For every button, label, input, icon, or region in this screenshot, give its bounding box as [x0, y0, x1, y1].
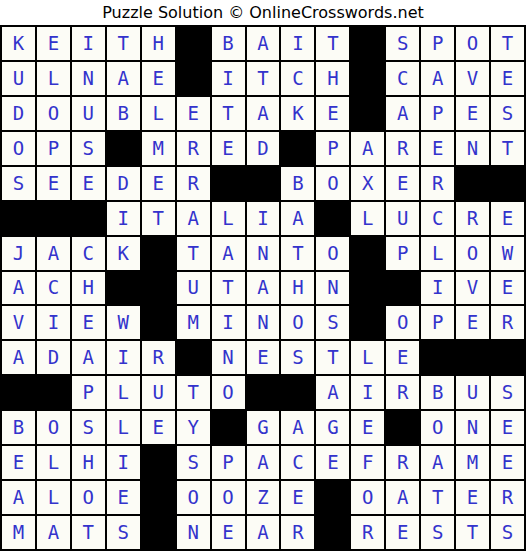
letter-cell-r11c15: S: [491, 376, 524, 409]
letter-cell-r7c7: A: [212, 237, 245, 270]
letter-cell-r14c4: E: [107, 481, 140, 514]
black-cell-r15c5: [142, 516, 175, 549]
letter-cell-r2c8: T: [247, 62, 280, 95]
black-cell-r5c15: [491, 167, 524, 200]
letter-cell-r3c9: K: [281, 97, 314, 130]
letter-cell-r13c4: I: [107, 446, 140, 479]
letter-cell-r4c7: E: [212, 132, 245, 165]
letter-cell-r14c8: Z: [247, 481, 280, 514]
black-cell-r14c5: [142, 481, 175, 514]
letter-cell-r13c10: E: [316, 446, 349, 479]
letter-cell-r14c3: O: [72, 481, 105, 514]
black-cell-r6c10: [316, 202, 349, 235]
letter-cell-r3c3: U: [72, 97, 105, 130]
letter-cell-r13c6: S: [177, 446, 210, 479]
black-cell-r4c9: [281, 132, 314, 165]
letter-cell-r7c9: T: [281, 237, 314, 270]
letter-cell-r9c14: E: [456, 306, 489, 339]
letter-cell-r11c11: I: [351, 376, 384, 409]
black-cell-r8c5: [142, 272, 175, 305]
letter-cell-r3c10: E: [316, 97, 349, 130]
letter-cell-r5c1: S: [2, 167, 35, 200]
letter-cell-r2c7: I: [212, 62, 245, 95]
letter-cell-r1c2: E: [37, 27, 70, 60]
letter-cell-r5c9: B: [281, 167, 314, 200]
letter-cell-r11c6: T: [177, 376, 210, 409]
letter-cell-r6c4: I: [107, 202, 140, 235]
letter-cell-r5c6: R: [177, 167, 210, 200]
letter-cell-r7c3: C: [72, 237, 105, 270]
letter-cell-r2c13: A: [421, 62, 454, 95]
letter-cell-r12c13: O: [421, 411, 454, 444]
black-cell-r6c3: [72, 202, 105, 235]
letter-cell-r3c8: A: [247, 97, 280, 130]
letter-cell-r6c13: C: [421, 202, 454, 235]
letter-cell-r15c14: T: [456, 516, 489, 549]
letter-cell-r2c15: E: [491, 62, 524, 95]
letter-cell-r3c6: E: [177, 97, 210, 130]
black-cell-r11c1: [2, 376, 35, 409]
letter-cell-r12c4: L: [107, 411, 140, 444]
letter-cell-r12c8: G: [247, 411, 280, 444]
letter-cell-r15c11: R: [351, 516, 384, 549]
letter-cell-r15c12: E: [386, 516, 419, 549]
letter-cell-r15c2: A: [37, 516, 70, 549]
letter-cell-r9c6: M: [177, 306, 210, 339]
black-cell-r5c7: [212, 167, 245, 200]
letter-cell-r3c14: E: [456, 97, 489, 130]
letter-cell-r4c12: R: [386, 132, 419, 165]
letter-cell-r6c15: E: [491, 202, 524, 235]
letter-cell-r3c13: P: [421, 97, 454, 130]
black-cell-r9c11: [351, 306, 384, 339]
letter-cell-r3c7: T: [212, 97, 245, 130]
letter-cell-r15c6: N: [177, 516, 210, 549]
letter-cell-r12c6: Y: [177, 411, 210, 444]
black-cell-r2c11: [351, 62, 384, 95]
letter-cell-r14c2: L: [37, 481, 70, 514]
letter-cell-r8c9: H: [281, 272, 314, 305]
letter-cell-r14c11: O: [351, 481, 384, 514]
letter-cell-r10c4: I: [107, 341, 140, 374]
letter-cell-r13c3: H: [72, 446, 105, 479]
letter-cell-r5c10: O: [316, 167, 349, 200]
letter-cell-r7c13: L: [421, 237, 454, 270]
letter-cell-r12c2: O: [37, 411, 70, 444]
letter-cell-r14c9: E: [281, 481, 314, 514]
letter-cell-r5c13: R: [421, 167, 454, 200]
letter-cell-r4c14: N: [456, 132, 489, 165]
black-cell-r10c6: [177, 341, 210, 374]
letter-cell-r2c12: C: [386, 62, 419, 95]
crossword-grid: KEITHBAITSPOTULNAEITCHCAVEDOUBLETAKEAPES…: [0, 25, 526, 551]
black-cell-r8c4: [107, 272, 140, 305]
black-cell-r10c14: [456, 341, 489, 374]
black-cell-r11c9: [281, 376, 314, 409]
letter-cell-r12c14: N: [456, 411, 489, 444]
letter-cell-r15c4: S: [107, 516, 140, 549]
letter-cell-r9c13: P: [421, 306, 454, 339]
letter-cell-r10c12: E: [386, 341, 419, 374]
letter-cell-r6c7: L: [212, 202, 245, 235]
letter-cell-r7c10: O: [316, 237, 349, 270]
letter-cell-r3c12: A: [386, 97, 419, 130]
black-cell-r8c12: [386, 272, 419, 305]
letter-cell-r13c13: A: [421, 446, 454, 479]
letter-cell-r12c1: B: [2, 411, 35, 444]
letter-cell-r9c7: I: [212, 306, 245, 339]
letter-cell-r3c4: B: [107, 97, 140, 130]
black-cell-r1c11: [351, 27, 384, 60]
letter-cell-r4c11: A: [351, 132, 384, 165]
letter-cell-r12c5: E: [142, 411, 175, 444]
letter-cell-r1c15: T: [491, 27, 524, 60]
letter-cell-r1c12: S: [386, 27, 419, 60]
letter-cell-r9c3: E: [72, 306, 105, 339]
black-cell-r5c8: [247, 167, 280, 200]
letter-cell-r8c15: E: [491, 272, 524, 305]
black-cell-r7c11: [351, 237, 384, 270]
letter-cell-r15c8: A: [247, 516, 280, 549]
letter-cell-r6c5: T: [142, 202, 175, 235]
letter-cell-r4c5: M: [142, 132, 175, 165]
letter-cell-r10c9: S: [281, 341, 314, 374]
letter-cell-r10c2: D: [37, 341, 70, 374]
black-cell-r8c11: [351, 272, 384, 305]
letter-cell-r8c14: V: [456, 272, 489, 305]
letter-cell-r2c3: N: [72, 62, 105, 95]
letter-cell-r7c14: O: [456, 237, 489, 270]
letter-cell-r14c13: T: [421, 481, 454, 514]
letter-cell-r7c8: N: [247, 237, 280, 270]
letter-cell-r2c4: A: [107, 62, 140, 95]
page-title: Puzzle Solution © OnlineCrosswords.net: [0, 0, 526, 25]
letter-cell-r13c1: E: [2, 446, 35, 479]
letter-cell-r6c11: L: [351, 202, 384, 235]
letter-cell-r7c1: J: [2, 237, 35, 270]
letter-cell-r1c1: K: [2, 27, 35, 60]
letter-cell-r13c2: L: [37, 446, 70, 479]
letter-cell-r4c10: P: [316, 132, 349, 165]
letter-cell-r11c4: L: [107, 376, 140, 409]
puzzle-solution-page: Puzzle Solution © OnlineCrosswords.net K…: [0, 0, 526, 551]
black-cell-r6c2: [37, 202, 70, 235]
letter-cell-r9c12: O: [386, 306, 419, 339]
black-cell-r13c5: [142, 446, 175, 479]
letter-cell-r1c10: T: [316, 27, 349, 60]
letter-cell-r4c2: P: [37, 132, 70, 165]
letter-cell-r10c8: E: [247, 341, 280, 374]
letter-cell-r1c14: O: [456, 27, 489, 60]
letter-cell-r5c3: E: [72, 167, 105, 200]
letter-cell-r3c1: D: [2, 97, 35, 130]
black-cell-r14c10: [316, 481, 349, 514]
letter-cell-r13c9: C: [281, 446, 314, 479]
letter-cell-r8c2: C: [37, 272, 70, 305]
letter-cell-r2c10: H: [316, 62, 349, 95]
letter-cell-r9c4: W: [107, 306, 140, 339]
letter-cell-r10c7: N: [212, 341, 245, 374]
letter-cell-r14c6: O: [177, 481, 210, 514]
letter-cell-r15c13: S: [421, 516, 454, 549]
black-cell-r3c11: [351, 97, 384, 130]
letter-cell-r8c3: H: [72, 272, 105, 305]
letter-cell-r1c3: I: [72, 27, 105, 60]
black-cell-r6c1: [2, 202, 35, 235]
letter-cell-r13c11: F: [351, 446, 384, 479]
letter-cell-r7c12: P: [386, 237, 419, 270]
letter-cell-r12c3: S: [72, 411, 105, 444]
letter-cell-r13c8: A: [247, 446, 280, 479]
letter-cell-r9c9: O: [281, 306, 314, 339]
letter-cell-r8c1: A: [2, 272, 35, 305]
letter-cell-r2c2: L: [37, 62, 70, 95]
letter-cell-r4c13: E: [421, 132, 454, 165]
letter-cell-r11c13: B: [421, 376, 454, 409]
letter-cell-r11c5: U: [142, 376, 175, 409]
letter-cell-r13c14: M: [456, 446, 489, 479]
letter-cell-r7c15: W: [491, 237, 524, 270]
letter-cell-r15c1: M: [2, 516, 35, 549]
letter-cell-r15c3: T: [72, 516, 105, 549]
black-cell-r5c14: [456, 167, 489, 200]
letter-cell-r14c15: R: [491, 481, 524, 514]
letter-cell-r11c7: O: [212, 376, 245, 409]
letter-cell-r10c10: T: [316, 341, 349, 374]
letter-cell-r2c14: V: [456, 62, 489, 95]
letter-cell-r7c4: K: [107, 237, 140, 270]
letter-cell-r3c5: L: [142, 97, 175, 130]
letter-cell-r2c9: C: [281, 62, 314, 95]
letter-cell-r10c1: A: [2, 341, 35, 374]
black-cell-r7c5: [142, 237, 175, 270]
letter-cell-r2c5: E: [142, 62, 175, 95]
letter-cell-r4c15: T: [491, 132, 524, 165]
letter-cell-r9c1: V: [2, 306, 35, 339]
black-cell-r2c6: [177, 62, 210, 95]
black-cell-r15c10: [316, 516, 349, 549]
letter-cell-r8c10: N: [316, 272, 349, 305]
letter-cell-r1c7: B: [212, 27, 245, 60]
letter-cell-r12c9: A: [281, 411, 314, 444]
letter-cell-r1c4: T: [107, 27, 140, 60]
letter-cell-r5c11: X: [351, 167, 384, 200]
black-cell-r4c4: [107, 132, 140, 165]
black-cell-r12c12: [386, 411, 419, 444]
black-cell-r9c5: [142, 306, 175, 339]
letter-cell-r6c14: R: [456, 202, 489, 235]
letter-cell-r14c7: O: [212, 481, 245, 514]
black-cell-r10c15: [491, 341, 524, 374]
letter-cell-r5c12: E: [386, 167, 419, 200]
letter-cell-r10c3: A: [72, 341, 105, 374]
letter-cell-r7c2: A: [37, 237, 70, 270]
letter-cell-r4c8: D: [247, 132, 280, 165]
letter-cell-r15c15: S: [491, 516, 524, 549]
letter-cell-r1c5: H: [142, 27, 175, 60]
letter-cell-r3c15: S: [491, 97, 524, 130]
black-cell-r10c13: [421, 341, 454, 374]
letter-cell-r10c11: L: [351, 341, 384, 374]
letter-cell-r8c8: A: [247, 272, 280, 305]
letter-cell-r4c6: R: [177, 132, 210, 165]
letter-cell-r3c2: O: [37, 97, 70, 130]
letter-cell-r1c9: I: [281, 27, 314, 60]
letter-cell-r11c12: R: [386, 376, 419, 409]
black-cell-r1c6: [177, 27, 210, 60]
letter-cell-r11c14: U: [456, 376, 489, 409]
letter-cell-r12c10: G: [316, 411, 349, 444]
letter-cell-r6c6: A: [177, 202, 210, 235]
letter-cell-r9c2: I: [37, 306, 70, 339]
letter-cell-r13c7: P: [212, 446, 245, 479]
black-cell-r11c2: [37, 376, 70, 409]
letter-cell-r8c13: I: [421, 272, 454, 305]
letter-cell-r9c8: N: [247, 306, 280, 339]
letter-cell-r8c7: T: [212, 272, 245, 305]
letter-cell-r1c8: A: [247, 27, 280, 60]
letter-cell-r4c1: O: [2, 132, 35, 165]
letter-cell-r1c13: P: [421, 27, 454, 60]
letter-cell-r13c12: R: [386, 446, 419, 479]
letter-cell-r7c6: T: [177, 237, 210, 270]
letter-cell-r6c8: I: [247, 202, 280, 235]
letter-cell-r6c9: A: [281, 202, 314, 235]
letter-cell-r9c15: R: [491, 306, 524, 339]
letter-cell-r11c3: P: [72, 376, 105, 409]
letter-cell-r15c7: E: [212, 516, 245, 549]
letter-cell-r11c10: A: [316, 376, 349, 409]
letter-cell-r14c12: A: [386, 481, 419, 514]
letter-cell-r5c5: E: [142, 167, 175, 200]
letter-cell-r8c6: U: [177, 272, 210, 305]
letter-cell-r12c11: E: [351, 411, 384, 444]
letter-cell-r4c3: S: [72, 132, 105, 165]
letter-cell-r14c1: A: [2, 481, 35, 514]
black-cell-r12c7: [212, 411, 245, 444]
letter-cell-r10c5: R: [142, 341, 175, 374]
letter-cell-r14c14: E: [456, 481, 489, 514]
letter-cell-r15c9: R: [281, 516, 314, 549]
letter-cell-r5c4: D: [107, 167, 140, 200]
black-cell-r11c8: [247, 376, 280, 409]
letter-cell-r12c15: E: [491, 411, 524, 444]
letter-cell-r13c15: E: [491, 446, 524, 479]
letter-cell-r5c2: E: [37, 167, 70, 200]
letter-cell-r2c1: U: [2, 62, 35, 95]
letter-cell-r9c10: S: [316, 306, 349, 339]
letter-cell-r6c12: U: [386, 202, 419, 235]
